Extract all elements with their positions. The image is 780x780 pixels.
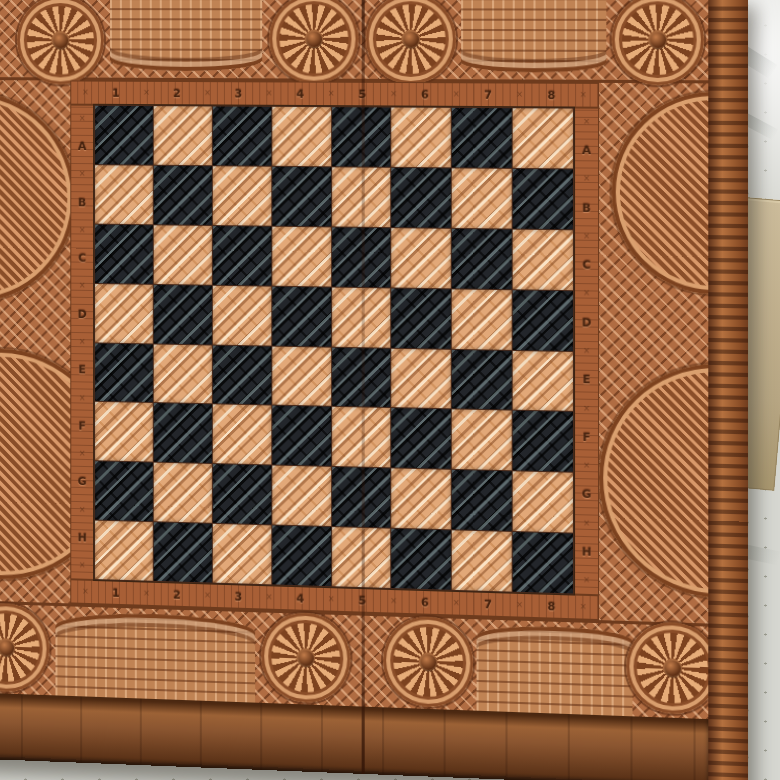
square-3H[interactable]: [213, 524, 271, 584]
coord-separator: ×: [583, 280, 590, 309]
coord-separator: ×: [567, 603, 599, 612]
coord-label-bottom-8: 8: [535, 600, 567, 612]
coord-separator: ×: [79, 552, 86, 580]
lattice-medallion: [0, 92, 70, 304]
square-6D[interactable]: [392, 288, 451, 348]
square-3D[interactable]: [213, 285, 271, 345]
coord-separator: ×: [378, 597, 409, 606]
coord-separator: ×: [79, 105, 86, 133]
coord-label-right-A: A: [582, 136, 591, 165]
square-8A[interactable]: [513, 108, 573, 168]
square-1E[interactable]: [95, 343, 153, 402]
square-6B[interactable]: [392, 168, 451, 228]
square-4G[interactable]: [272, 466, 331, 526]
square-8F[interactable]: [513, 411, 573, 472]
square-7D[interactable]: [452, 289, 512, 349]
square-8B[interactable]: [513, 169, 573, 229]
coord-label-bottom-4: 4: [285, 592, 316, 604]
coord-separator: ×: [131, 89, 162, 97]
coord-label-top-2: 2: [162, 87, 193, 98]
coord-label-left-G: G: [78, 468, 87, 496]
coord-separator: ×: [441, 90, 473, 98]
carved-wooden-board-box: ×1×2×3×4×5×6×7×8× ×1×2×3×4×5×6×7×8× ×A×B…: [0, 0, 748, 780]
square-2G[interactable]: [154, 463, 212, 523]
lattice-medallion: [599, 362, 708, 602]
arch-carving: [55, 611, 255, 705]
square-3G[interactable]: [213, 464, 271, 524]
square-6H[interactable]: [392, 529, 451, 590]
left-carved-column: [0, 80, 70, 603]
coord-label-top-6: 6: [409, 89, 440, 100]
coord-separator: ×: [254, 593, 285, 602]
coord-separator: ×: [583, 394, 590, 423]
photo-scene: ×1×2×3×4×5×6×7×8× ×1×2×3×4×5×6×7×8× ×A×B…: [0, 0, 780, 780]
board-box-wrap: ×1×2×3×4×5×6×7×8× ×1×2×3×4×5×6×7×8× ×A×B…: [0, 0, 734, 758]
coord-label-top-7: 7: [472, 89, 504, 100]
coord-separator: ×: [79, 161, 86, 189]
coord-separator: ×: [79, 328, 86, 356]
coord-label-right-B: B: [582, 194, 591, 223]
coord-label-bottom-7: 7: [472, 598, 504, 610]
square-2D[interactable]: [154, 285, 212, 344]
coord-separator: ×: [583, 165, 590, 194]
coord-label-left-H: H: [78, 524, 87, 552]
square-2H[interactable]: [154, 522, 212, 582]
square-2F[interactable]: [154, 403, 212, 463]
coord-label-top-3: 3: [223, 88, 254, 99]
coord-label-left-B: B: [78, 188, 86, 216]
square-3C[interactable]: [213, 226, 271, 285]
coord-separator: ×: [316, 90, 347, 98]
coord-label-left-C: C: [78, 244, 86, 272]
square-6F[interactable]: [392, 408, 451, 469]
square-1G[interactable]: [95, 461, 153, 521]
square-7F[interactable]: [452, 410, 512, 471]
coord-separator: ×: [583, 452, 590, 481]
coord-separator: ×: [583, 222, 590, 251]
square-7B[interactable]: [452, 168, 512, 228]
coord-label-left-F: F: [78, 412, 85, 440]
coord-separator: ×: [79, 272, 86, 300]
coord-separator: ×: [504, 601, 536, 610]
coord-label-bottom-6: 6: [409, 596, 440, 608]
box-right-edge-rail: [708, 0, 748, 780]
square-2E[interactable]: [154, 344, 212, 404]
arch-carving: [110, 0, 262, 71]
square-3A[interactable]: [213, 106, 271, 165]
square-1F[interactable]: [95, 402, 153, 462]
coord-label-left-D: D: [78, 300, 87, 328]
square-4H[interactable]: [272, 526, 331, 587]
coord-separator: ×: [254, 89, 285, 97]
lattice-medallion: [0, 347, 70, 583]
square-7G[interactable]: [452, 470, 512, 531]
square-4C[interactable]: [272, 226, 331, 286]
coord-separator: ×: [583, 566, 590, 595]
coord-label-left-E: E: [78, 356, 85, 384]
coord-separator: ×: [192, 591, 223, 600]
square-6A[interactable]: [392, 108, 451, 168]
checkerboard: [94, 105, 574, 595]
coord-separator: ×: [583, 108, 590, 137]
coord-label-top-8: 8: [535, 89, 567, 101]
square-6C[interactable]: [392, 228, 451, 288]
coord-separator: ×: [70, 587, 100, 596]
square-2B[interactable]: [154, 166, 212, 225]
square-3B[interactable]: [213, 166, 271, 225]
coord-separator: ×: [583, 337, 590, 366]
square-8E[interactable]: [513, 350, 573, 411]
coord-separator: ×: [79, 496, 86, 524]
coord-separator: ×: [192, 89, 223, 97]
square-4F[interactable]: [272, 406, 331, 466]
square-7E[interactable]: [452, 349, 512, 410]
square-4D[interactable]: [272, 286, 331, 346]
square-8G[interactable]: [513, 472, 573, 533]
square-7A[interactable]: [452, 108, 512, 168]
coord-separator: ×: [378, 90, 409, 98]
coord-label-right-H: H: [582, 537, 592, 566]
coord-label-right-C: C: [582, 251, 590, 280]
coord-separator: ×: [131, 589, 162, 598]
coord-label-right-E: E: [583, 366, 591, 395]
square-1C[interactable]: [95, 224, 153, 283]
square-8H[interactable]: [513, 532, 573, 593]
square-4A[interactable]: [272, 107, 331, 166]
coord-label-bottom-1: 1: [101, 587, 131, 599]
coord-separator: ×: [441, 599, 473, 608]
square-1D[interactable]: [95, 284, 153, 343]
coord-separator: ×: [316, 595, 347, 604]
square-1B[interactable]: [95, 165, 153, 224]
coord-label-left-A: A: [78, 133, 86, 161]
coord-separator: ×: [70, 89, 100, 97]
square-8C[interactable]: [513, 229, 573, 289]
coord-label-top-1: 1: [101, 87, 131, 98]
right-carved-column: [599, 83, 708, 624]
fold-seam: [362, 0, 365, 774]
lattice-medallion: [612, 91, 709, 296]
coord-separator: ×: [504, 91, 536, 99]
coord-separator: ×: [79, 384, 86, 412]
coord-separator: ×: [79, 440, 86, 468]
square-2A[interactable]: [154, 106, 212, 165]
square-1A[interactable]: [95, 106, 153, 165]
square-7H[interactable]: [452, 530, 512, 591]
coord-label-right-D: D: [582, 308, 592, 337]
coord-label-right-F: F: [583, 423, 591, 452]
arch-carving: [461, 0, 606, 73]
square-3E[interactable]: [213, 345, 271, 405]
square-2C[interactable]: [154, 225, 212, 284]
square-6E[interactable]: [392, 348, 451, 408]
coord-separator: ×: [567, 91, 599, 99]
square-1H[interactable]: [95, 521, 153, 581]
square-4E[interactable]: [272, 346, 331, 406]
coord-separator: ×: [79, 216, 86, 244]
square-8D[interactable]: [513, 290, 573, 351]
square-3F[interactable]: [213, 405, 271, 465]
coord-strip-right: ×A×B×C×D×E×F×G×H×: [574, 108, 599, 596]
square-6G[interactable]: [392, 469, 451, 530]
arch-carving: [477, 624, 633, 718]
coord-label-right-G: G: [582, 480, 591, 509]
coord-label-bottom-3: 3: [223, 590, 254, 602]
coord-label-top-4: 4: [285, 88, 316, 99]
coord-strip-left: ×A×B×C×D×E×F×G×H×: [70, 105, 94, 580]
square-4B[interactable]: [272, 167, 331, 227]
coord-label-bottom-2: 2: [162, 589, 193, 601]
square-7C[interactable]: [452, 229, 512, 289]
coord-strip-top: ×1×2×3×4×5×6×7×8×: [70, 80, 599, 107]
coord-separator: ×: [583, 509, 590, 538]
